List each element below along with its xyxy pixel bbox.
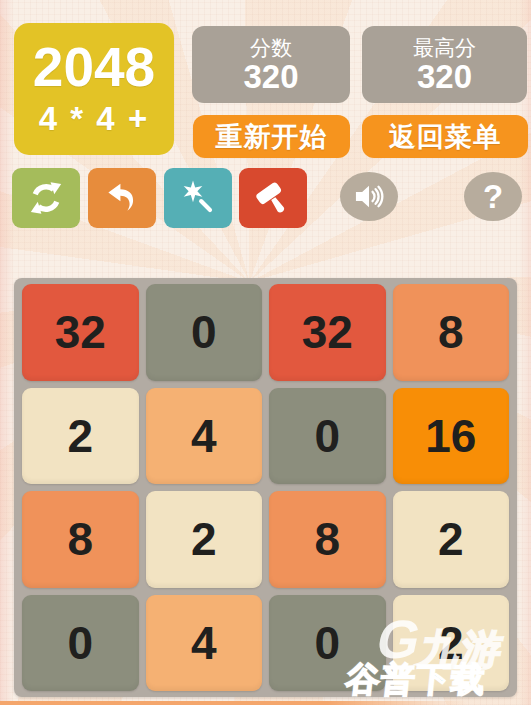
best-score-value: 320 <box>362 59 527 95</box>
undo-icon <box>102 179 142 217</box>
game-logo: 2048 4 * 4 + <box>14 23 174 155</box>
sound-button[interactable] <box>340 172 398 221</box>
tile-r1c3[interactable]: 32 <box>269 284 386 381</box>
watermark-caption: 谷普下载 <box>344 662 488 696</box>
app: 2048 4 * 4 + 分数 320 最高分 320 重新开始 返回菜单 <box>0 0 531 705</box>
score-value: 320 <box>192 59 350 95</box>
magic-wand-icon <box>177 178 219 218</box>
help-button[interactable]: ? <box>464 172 522 221</box>
speaker-icon <box>351 180 387 213</box>
tile-r3c2[interactable]: 2 <box>146 491 263 588</box>
refresh-icon <box>25 179 67 217</box>
logo-subtitle: 4 * 4 + <box>14 102 174 135</box>
best-score-box: 最高分 320 <box>362 26 527 103</box>
tile-r3c1[interactable]: 8 <box>22 491 139 588</box>
hammer-button[interactable] <box>239 168 307 228</box>
tile-r4c1[interactable]: 0 <box>22 595 139 692</box>
undo-button[interactable] <box>88 168 156 228</box>
tile-r1c2[interactable]: 0 <box>146 284 263 381</box>
tile-r2c4[interactable]: 16 <box>393 388 510 485</box>
back-to-menu-button[interactable]: 返回菜单 <box>362 115 528 158</box>
restart-button[interactable]: 重新开始 <box>193 115 350 158</box>
score-box: 分数 320 <box>192 26 350 103</box>
tile-r1c1[interactable]: 32 <box>22 284 139 381</box>
tile-r1c4[interactable]: 8 <box>393 284 510 381</box>
tile-r4c2[interactable]: 4 <box>146 595 263 692</box>
logo-title: 2048 <box>14 40 174 95</box>
hammer-icon <box>252 178 294 218</box>
question-icon: ? <box>483 180 503 213</box>
tile-r3c3[interactable]: 8 <box>269 491 386 588</box>
best-score-label: 最高分 <box>362 36 527 59</box>
tile-r2c3[interactable]: 0 <box>269 388 386 485</box>
refresh-button[interactable] <box>12 168 80 228</box>
magic-wand-button[interactable] <box>164 168 232 228</box>
tile-r2c2[interactable]: 4 <box>146 388 263 485</box>
score-label: 分数 <box>192 36 350 59</box>
tile-r3c4[interactable]: 2 <box>393 491 510 588</box>
tile-r2c1[interactable]: 2 <box>22 388 139 485</box>
bottom-accent <box>0 701 468 705</box>
